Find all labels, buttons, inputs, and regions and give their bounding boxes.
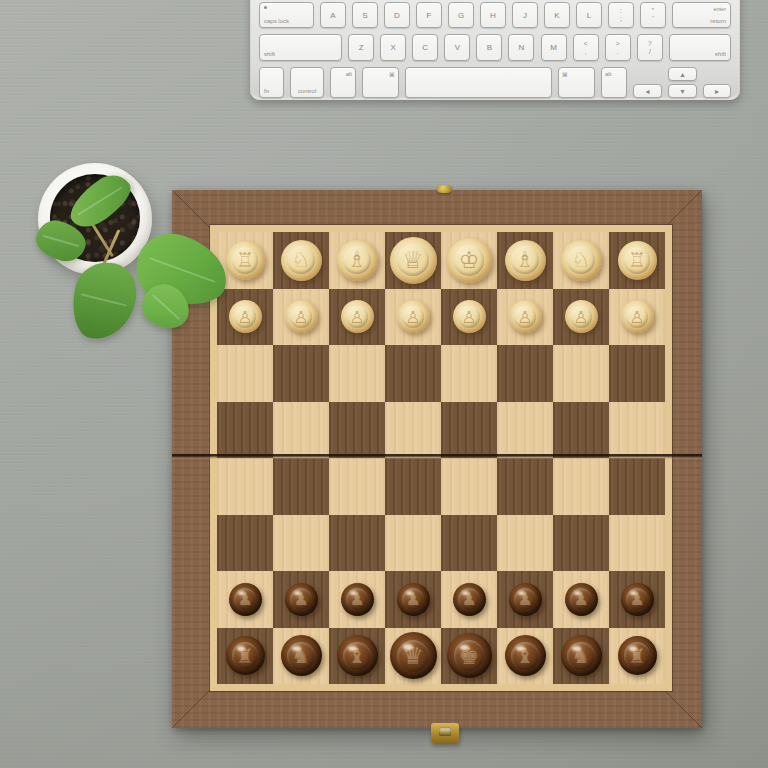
square-r5c6[interactable] <box>497 458 553 515</box>
square-r6c4[interactable] <box>385 515 441 572</box>
left-shift-key[interactable]: shift <box>259 34 342 61</box>
piece-black-bishop[interactable]: ♝ <box>505 635 546 676</box>
piece-black-bishop[interactable]: ♝ <box>337 635 378 676</box>
square-r1c5[interactable]: ♔ <box>441 232 497 289</box>
key-label: >. <box>606 35 630 60</box>
pawn-glyph: ♙ <box>573 307 588 327</box>
square-r7c1[interactable]: ♟ <box>217 571 273 628</box>
square-r1c6[interactable]: ♗ <box>497 232 553 289</box>
piece-black-pawn[interactable]: ♟ <box>565 583 598 616</box>
square-r3c4[interactable] <box>385 345 441 402</box>
brass-clasp-hole <box>439 727 451 736</box>
piece-black-queen[interactable]: ♛ <box>390 632 437 679</box>
v-key[interactable]: V <box>444 34 470 61</box>
pawn-glyph: ♙ <box>461 307 476 327</box>
square-r8c7[interactable]: ♞ <box>553 628 609 685</box>
l-key[interactable]: L <box>576 2 602 28</box>
square-r4c5[interactable] <box>441 402 497 459</box>
square-r1c3[interactable]: ♗ <box>329 232 385 289</box>
up-down-keys: ▴▾ <box>668 67 697 98</box>
key-label: J <box>513 3 537 27</box>
piece-black-knight[interactable]: ♞ <box>561 635 602 676</box>
bishop-glyph: ♝ <box>516 644 535 668</box>
square-r5c4[interactable] <box>385 458 441 515</box>
chess-board: ♖♘♗♕♔♗♘♖♙♙♙♙♙♙♙♙♟♟♟♟♟♟♟♟♜♞♝♛♚♝♞♜ <box>172 190 702 728</box>
square-r6c8[interactable] <box>609 515 665 572</box>
control-key[interactable]: control <box>290 67 324 98</box>
key-label: B <box>477 35 501 60</box>
right-command-key[interactable]: ⌘ <box>558 67 595 98</box>
right-option-key[interactable]: alt <box>601 67 627 98</box>
return-key[interactable]: enterreturn <box>672 2 731 28</box>
key-label: ◂ <box>634 85 661 97</box>
key-label: G <box>449 3 473 27</box>
square-r3c7[interactable] <box>553 345 609 402</box>
bishop-glyph: ♝ <box>348 644 367 668</box>
square-r8c6[interactable]: ♝ <box>497 628 553 685</box>
space-key[interactable] <box>405 67 552 98</box>
knight-glyph: ♘ <box>572 248 591 272</box>
square-r2c1[interactable]: ♙ <box>217 289 273 346</box>
key-label: S <box>353 3 377 27</box>
up-arrow-key[interactable]: ▴ <box>668 67 697 81</box>
square-r4c1[interactable] <box>217 402 273 459</box>
square-r6c5[interactable] <box>441 515 497 572</box>
queen-glyph: ♛ <box>402 642 424 670</box>
quote-key[interactable]: "' <box>640 2 666 28</box>
pawn-glyph: ♟ <box>461 589 476 609</box>
fn-key[interactable]: fn <box>259 67 284 98</box>
key-label: V <box>445 35 469 60</box>
piece-white-knight[interactable]: ♘ <box>281 240 322 281</box>
pawn-glyph: ♟ <box>237 589 252 609</box>
key-label: ▸ <box>704 85 730 97</box>
square-r4c3[interactable] <box>329 402 385 459</box>
m-key[interactable]: M <box>541 34 567 61</box>
piece-white-queen[interactable]: ♕ <box>390 237 437 284</box>
square-r7c3[interactable]: ♟ <box>329 571 385 628</box>
h-key[interactable]: H <box>480 2 506 28</box>
king-glyph: ♚ <box>459 643 480 669</box>
square-r5c5[interactable] <box>441 458 497 515</box>
pawn-glyph: ♙ <box>349 307 364 327</box>
desk-surface: caps lockASDFGHJKL:;"'enterreturnshiftZX… <box>0 0 768 768</box>
keyboard-row-3: fncontrolalt⌘⌘alt◂▴▾▸ <box>259 67 731 98</box>
pawn-glyph: ♙ <box>517 307 532 327</box>
a-key[interactable]: A <box>320 2 346 28</box>
pawn-glyph: ♙ <box>237 307 252 327</box>
brass-clasp <box>431 723 459 743</box>
square-r4c8[interactable] <box>609 402 665 459</box>
square-r7c6[interactable]: ♟ <box>497 571 553 628</box>
piece-white-king[interactable]: ♔ <box>447 238 492 283</box>
square-r6c3[interactable] <box>329 515 385 572</box>
square-r3c2[interactable] <box>273 345 329 402</box>
key-label: "' <box>641 3 665 27</box>
piece-white-bishop[interactable]: ♗ <box>505 240 546 281</box>
c-key[interactable]: C <box>412 34 438 61</box>
key-label: alt <box>346 71 352 77</box>
keyboard-row-2: shiftZXCVBNM<,>.?/shift <box>259 34 731 61</box>
square-r8c8[interactable]: ♜ <box>609 628 665 685</box>
square-r4c2[interactable] <box>273 402 329 459</box>
slash-key[interactable]: ?/ <box>637 34 663 61</box>
piece-white-pawn[interactable]: ♙ <box>229 300 262 333</box>
key-label: H <box>481 3 505 27</box>
piece-black-pawn[interactable]: ♟ <box>229 583 262 616</box>
square-r3c6[interactable] <box>497 345 553 402</box>
square-r5c8[interactable] <box>609 458 665 515</box>
square-r4c6[interactable] <box>497 402 553 459</box>
piece-black-pawn[interactable]: ♟ <box>621 583 654 616</box>
square-r7c5[interactable]: ♟ <box>441 571 497 628</box>
knight-glyph: ♘ <box>292 248 311 272</box>
square-r1c4[interactable]: ♕ <box>385 232 441 289</box>
knight-glyph: ♞ <box>572 644 591 668</box>
board-fold-seam <box>172 454 702 459</box>
pawn-glyph: ♟ <box>517 589 532 609</box>
key-label: return <box>710 18 726 24</box>
piece-black-pawn[interactable]: ♟ <box>453 583 486 616</box>
rook-glyph: ♖ <box>236 248 254 272</box>
piece-black-pawn[interactable]: ♟ <box>397 583 430 616</box>
piece-white-pawn[interactable]: ♙ <box>509 300 542 333</box>
pawn-glyph: ♟ <box>405 589 420 609</box>
square-r4c4[interactable] <box>385 402 441 459</box>
piece-white-bishop[interactable]: ♗ <box>337 240 378 281</box>
d-key[interactable]: D <box>384 2 410 28</box>
z-key[interactable]: Z <box>348 34 374 61</box>
square-r8c2[interactable]: ♞ <box>273 628 329 685</box>
rook-glyph: ♜ <box>236 644 254 668</box>
right-shift-key[interactable]: shift <box>669 34 731 61</box>
square-r6c7[interactable] <box>553 515 609 572</box>
key-label: X <box>381 35 405 60</box>
b-key[interactable]: B <box>476 34 502 61</box>
piece-black-pawn[interactable]: ♟ <box>509 583 542 616</box>
rook-glyph: ♖ <box>628 248 646 272</box>
square-r1c2[interactable]: ♘ <box>273 232 329 289</box>
piece-white-knight[interactable]: ♘ <box>561 240 602 281</box>
s-key[interactable]: S <box>352 2 378 28</box>
pawn-glyph: ♟ <box>293 589 308 609</box>
g-key[interactable]: G <box>448 2 474 28</box>
k-key[interactable]: K <box>544 2 570 28</box>
pawn-glyph: ♙ <box>629 307 644 327</box>
key-label: N <box>509 35 533 60</box>
square-r3c8[interactable] <box>609 345 665 402</box>
square-r7c2[interactable]: ♟ <box>273 571 329 628</box>
keyboard-row-1: caps lockASDFGHJKL:;"'enterreturn <box>259 2 731 28</box>
f-key[interactable]: F <box>416 2 442 28</box>
key-label: Z <box>349 35 373 60</box>
piece-white-pawn[interactable]: ♙ <box>341 300 374 333</box>
key-label: A <box>321 3 345 27</box>
bishop-glyph: ♗ <box>348 248 367 272</box>
piece-black-pawn[interactable]: ♟ <box>285 583 318 616</box>
square-r3c1[interactable] <box>217 345 273 402</box>
rook-glyph: ♜ <box>628 644 646 668</box>
pawn-glyph: ♙ <box>293 307 308 327</box>
caps-lock-indicator <box>264 6 267 9</box>
piece-white-pawn[interactable]: ♙ <box>285 300 318 333</box>
key-label: shift <box>264 51 275 57</box>
key-label: <, <box>574 35 598 60</box>
square-r5c1[interactable] <box>217 458 273 515</box>
knight-glyph: ♞ <box>292 644 311 668</box>
square-r2c2[interactable]: ♙ <box>273 289 329 346</box>
square-r7c8[interactable]: ♟ <box>609 571 665 628</box>
square-r1c8[interactable]: ♖ <box>609 232 665 289</box>
square-r4c7[interactable] <box>553 402 609 459</box>
piece-white-rook[interactable]: ♖ <box>226 241 265 280</box>
left-arrow-key[interactable]: ◂ <box>633 84 662 98</box>
pawn-glyph: ♟ <box>349 589 364 609</box>
square-r6c2[interactable] <box>273 515 329 572</box>
left-option-key[interactable]: alt <box>330 67 356 98</box>
square-r2c8[interactable]: ♙ <box>609 289 665 346</box>
key-label: fn <box>264 88 269 94</box>
square-r7c7[interactable]: ♟ <box>553 571 609 628</box>
square-r5c7[interactable] <box>553 458 609 515</box>
king-glyph: ♔ <box>459 247 480 273</box>
key-label: D <box>385 3 409 27</box>
pawn-glyph: ♟ <box>629 589 644 609</box>
square-r6c6[interactable] <box>497 515 553 572</box>
square-r2c7[interactable]: ♙ <box>553 289 609 346</box>
key-label: K <box>545 3 569 27</box>
keyboard: caps lockASDFGHJKL:;"'enterreturnshiftZX… <box>250 0 740 100</box>
key-label: control <box>291 88 323 94</box>
square-r2c4[interactable]: ♙ <box>385 289 441 346</box>
right-arrow-key[interactable]: ▸ <box>703 84 731 98</box>
j-key[interactable]: J <box>512 2 538 28</box>
piece-black-knight[interactable]: ♞ <box>281 635 322 676</box>
comma-key[interactable]: <, <box>573 34 599 61</box>
piece-white-rook[interactable]: ♖ <box>618 241 657 280</box>
key-label: C <box>413 35 437 60</box>
key-label: M <box>542 35 566 60</box>
square-r8c1[interactable]: ♜ <box>217 628 273 685</box>
square-r5c2[interactable] <box>273 458 329 515</box>
square-r7c4[interactable]: ♟ <box>385 571 441 628</box>
queen-glyph: ♕ <box>402 246 424 274</box>
piece-white-pawn[interactable]: ♙ <box>453 300 486 333</box>
keyboard-rows: caps lockASDFGHJKL:;"'enterreturnshiftZX… <box>259 2 731 104</box>
square-r3c5[interactable] <box>441 345 497 402</box>
semicolon-key[interactable]: :; <box>608 2 634 28</box>
key-label: ?/ <box>638 35 662 60</box>
down-arrow-key[interactable]: ▾ <box>668 84 697 98</box>
piece-white-pawn[interactable]: ♙ <box>621 300 654 333</box>
arrow-glyph: ▴ <box>669 68 696 80</box>
key-label: alt <box>605 71 611 77</box>
left-command-key[interactable]: ⌘ <box>362 67 399 98</box>
square-r3c3[interactable] <box>329 345 385 402</box>
key-label: F <box>417 3 441 27</box>
key-label: :; <box>609 3 633 27</box>
arrow-glyph: ▾ <box>669 85 696 97</box>
piece-black-rook[interactable]: ♜ <box>226 636 265 675</box>
square-r8c4[interactable]: ♛ <box>385 628 441 685</box>
piece-white-pawn[interactable]: ♙ <box>397 300 430 333</box>
pawn-glyph: ♙ <box>405 307 420 327</box>
square-r8c3[interactable]: ♝ <box>329 628 385 685</box>
brass-hinge-pin <box>437 185 452 193</box>
square-r2c3[interactable]: ♙ <box>329 289 385 346</box>
piece-white-pawn[interactable]: ♙ <box>565 300 598 333</box>
period-key[interactable]: >. <box>605 34 631 61</box>
caps-lock-key[interactable]: caps lock <box>259 2 314 28</box>
key-label: L <box>577 3 601 27</box>
key-label: caps lock <box>264 18 289 24</box>
square-r2c5[interactable]: ♙ <box>441 289 497 346</box>
square-r8c5[interactable]: ♚ <box>441 628 497 685</box>
key-label: shift <box>715 51 726 57</box>
square-r2c6[interactable]: ♙ <box>497 289 553 346</box>
key-label: ⌘ <box>389 71 395 78</box>
piece-black-pawn[interactable]: ♟ <box>341 583 374 616</box>
pawn-glyph: ♟ <box>573 589 588 609</box>
bishop-glyph: ♗ <box>516 248 535 272</box>
x-key[interactable]: X <box>380 34 406 61</box>
piece-black-king[interactable]: ♚ <box>447 633 492 678</box>
key-label: ⌘ <box>562 71 568 78</box>
square-r6c1[interactable] <box>217 515 273 572</box>
piece-black-rook[interactable]: ♜ <box>618 636 657 675</box>
square-r5c3[interactable] <box>329 458 385 515</box>
square-r1c7[interactable]: ♘ <box>553 232 609 289</box>
key-label: enter <box>713 6 726 12</box>
n-key[interactable]: N <box>508 34 534 61</box>
